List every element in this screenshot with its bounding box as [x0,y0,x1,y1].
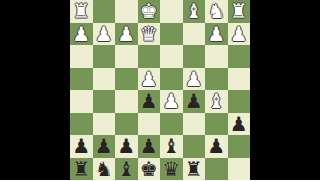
square-d3[interactable] [160,45,183,68]
square-a4[interactable] [228,68,251,91]
square-e7[interactable]: ♟ [138,135,161,158]
square-h4[interactable] [70,68,93,91]
black-pawn-f7[interactable]: ♟ [117,135,135,158]
square-c5[interactable]: ♟ [183,90,206,113]
black-bishop-d7[interactable]: ♝ [162,135,180,158]
square-c6[interactable] [183,113,206,136]
square-e5[interactable]: ♟ [138,90,161,113]
square-e8[interactable]: ♚ [138,158,161,181]
white-king-e1[interactable]: ♚ [140,0,158,23]
black-knight-g8[interactable]: ♞ [95,158,113,181]
square-a8[interactable] [228,158,251,181]
square-f3[interactable] [115,45,138,68]
square-a2[interactable]: ♟ [228,23,251,46]
square-d7[interactable]: ♝ [160,135,183,158]
square-d2[interactable] [160,23,183,46]
black-pawn-g7[interactable]: ♟ [95,135,113,158]
square-g2[interactable]: ♟ [93,23,116,46]
square-d1[interactable] [160,0,183,23]
square-f1[interactable] [115,0,138,23]
square-h1[interactable]: ♜ [70,0,93,23]
square-h7[interactable]: ♟ [70,135,93,158]
square-d8[interactable]: ♛ [160,158,183,181]
black-pawn-h7[interactable]: ♟ [72,135,90,158]
white-pawn-c4[interactable]: ♟ [185,68,203,91]
square-d6[interactable] [160,113,183,136]
square-g3[interactable] [93,45,116,68]
square-h8[interactable]: ♜ [70,158,93,181]
square-g1[interactable] [93,0,116,23]
black-pawn-b7[interactable]: ♟ [207,135,225,158]
letterbox-left [0,0,70,180]
black-king-e8[interactable]: ♚ [140,158,158,181]
square-g4[interactable] [93,68,116,91]
square-a5[interactable] [228,90,251,113]
square-g7[interactable]: ♟ [93,135,116,158]
square-b6[interactable] [205,113,228,136]
square-b1[interactable]: ♞ [205,0,228,23]
square-h6[interactable] [70,113,93,136]
square-f5[interactable] [115,90,138,113]
white-pawn-a2[interactable]: ♟ [230,23,248,46]
white-knight-b1[interactable]: ♞ [207,0,225,23]
square-d4[interactable] [160,68,183,91]
white-pawn-h2[interactable]: ♟ [72,23,90,46]
black-pawn-c5[interactable]: ♟ [185,90,203,113]
square-e6[interactable] [138,113,161,136]
black-pawn-e5[interactable]: ♟ [140,90,158,113]
square-c7[interactable] [183,135,206,158]
square-f4[interactable] [115,68,138,91]
square-b5[interactable]: ♝ [205,90,228,113]
square-b7[interactable]: ♟ [205,135,228,158]
square-h3[interactable] [70,45,93,68]
square-b4[interactable] [205,68,228,91]
square-b8[interactable] [205,158,228,181]
letterbox-right [250,0,320,180]
black-pawn-a6[interactable]: ♟ [230,113,248,136]
white-rook-a1[interactable]: ♜ [230,0,248,23]
square-d5[interactable]: ♟ [160,90,183,113]
square-h5[interactable] [70,90,93,113]
black-rook-c8[interactable]: ♜ [185,158,203,181]
square-g5[interactable] [93,90,116,113]
white-bishop-b5[interactable]: ♝ [207,90,225,113]
square-c8[interactable]: ♜ [183,158,206,181]
white-queen-e2[interactable]: ♛ [140,23,158,46]
square-f2[interactable]: ♟ [115,23,138,46]
square-b2[interactable]: ♟ [205,23,228,46]
square-g8[interactable]: ♞ [93,158,116,181]
square-e3[interactable] [138,45,161,68]
game-stage: ♜♚♝♞♜♟♟♟♛♟♟♟♟♟♟♟♝♟♟♟♟♟♝♟♜♞♝♚♛♜ [0,0,320,180]
square-h2[interactable]: ♟ [70,23,93,46]
black-bishop-f8[interactable]: ♝ [117,158,135,181]
square-a3[interactable] [228,45,251,68]
square-e1[interactable]: ♚ [138,0,161,23]
square-b3[interactable] [205,45,228,68]
black-rook-h8[interactable]: ♜ [72,158,90,181]
black-queen-d8[interactable]: ♛ [162,158,180,181]
square-c1[interactable]: ♝ [183,0,206,23]
square-g6[interactable] [93,113,116,136]
chess-board[interactable]: ♜♚♝♞♜♟♟♟♛♟♟♟♟♟♟♟♝♟♟♟♟♟♝♟♜♞♝♚♛♜ [70,0,250,180]
square-c2[interactable] [183,23,206,46]
square-a7[interactable] [228,135,251,158]
white-pawn-d5[interactable]: ♟ [162,90,180,113]
black-pawn-e7[interactable]: ♟ [140,135,158,158]
square-e4[interactable]: ♟ [138,68,161,91]
square-c4[interactable]: ♟ [183,68,206,91]
square-f8[interactable]: ♝ [115,158,138,181]
square-a6[interactable]: ♟ [228,113,251,136]
white-pawn-e4[interactable]: ♟ [140,68,158,91]
white-bishop-c1[interactable]: ♝ [185,0,203,23]
white-pawn-g2[interactable]: ♟ [95,23,113,46]
square-f7[interactable]: ♟ [115,135,138,158]
white-pawn-f2[interactable]: ♟ [117,23,135,46]
white-rook-h1[interactable]: ♜ [72,0,90,23]
square-f6[interactable] [115,113,138,136]
square-c3[interactable] [183,45,206,68]
square-a1[interactable]: ♜ [228,0,251,23]
white-pawn-b2[interactable]: ♟ [207,23,225,46]
square-e2[interactable]: ♛ [138,23,161,46]
